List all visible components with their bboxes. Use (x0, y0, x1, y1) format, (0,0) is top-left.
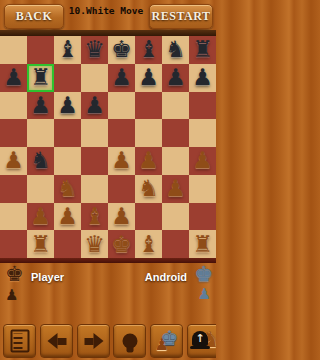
square-c4[interactable] (54, 147, 81, 175)
square-f7[interactable]: ♟ (135, 64, 162, 92)
white-king: ♚ (111, 233, 132, 256)
square-d6[interactable]: ♟ (81, 92, 108, 120)
square-c7[interactable] (54, 64, 81, 92)
square-h8[interactable]: ♜ (189, 36, 216, 64)
white-pawn: ♟ (111, 205, 132, 228)
moves-list-icon (10, 330, 29, 353)
square-d2[interactable]: ♝ (81, 203, 108, 231)
black-pawn: ♟ (84, 94, 105, 117)
white-knight: ♞ (138, 177, 159, 200)
black-knight: ♞ (165, 38, 186, 61)
square-g3[interactable]: ♟ (162, 175, 189, 203)
moves-list-button[interactable] (3, 324, 36, 358)
android-captured-pawn-icon: ♟ (198, 287, 211, 302)
square-d8[interactable]: ♛ (81, 36, 108, 64)
white-pawn: ♟ (3, 149, 24, 172)
square-g5[interactable] (162, 119, 189, 147)
square-a8[interactable] (0, 36, 27, 64)
undo-arrow-icon (47, 333, 66, 349)
square-e2[interactable]: ♟ (108, 203, 135, 231)
white-pawn: ♟ (57, 205, 78, 228)
white-pawn: ♟ (165, 177, 186, 200)
square-g7[interactable]: ♟ (162, 64, 189, 92)
square-b6[interactable]: ♟ (27, 92, 54, 120)
player-king-icon: ♚ (5, 264, 24, 285)
player-captured-pawn-icon: ♟ (5, 288, 18, 303)
white-queen: ♛ (84, 233, 105, 256)
white-knight: ♞ (57, 177, 78, 200)
square-h1[interactable]: ♜ (189, 230, 216, 258)
black-queen: ♛ (84, 38, 105, 61)
black-pawn: ♟ (30, 94, 51, 117)
square-g4[interactable] (162, 147, 189, 175)
promotion-piece-icon: ♞↑ (191, 328, 217, 354)
square-d1[interactable]: ♛ (81, 230, 108, 258)
square-c3[interactable]: ♞ (54, 175, 81, 203)
square-f6[interactable] (135, 92, 162, 120)
square-d7[interactable] (81, 64, 108, 92)
square-a7[interactable]: ♟ (0, 64, 27, 92)
player-name-label: Player (31, 271, 64, 283)
square-f8[interactable]: ♝ (135, 36, 162, 64)
black-pawn: ♟ (57, 94, 78, 117)
square-a2[interactable] (0, 203, 27, 231)
board-border-bottom (0, 258, 216, 263)
square-c5[interactable] (54, 119, 81, 147)
black-pawn: ♟ (165, 66, 186, 89)
square-f1[interactable]: ♝ (135, 230, 162, 258)
square-f3[interactable]: ♞ (135, 175, 162, 203)
black-knight: ♞ (30, 149, 51, 172)
square-h7[interactable]: ♟ (189, 64, 216, 92)
square-b8[interactable] (27, 36, 54, 64)
square-a5[interactable] (0, 119, 27, 147)
white-pawn: ♟ (111, 149, 132, 172)
square-h2[interactable] (189, 203, 216, 231)
black-bishop: ♝ (57, 38, 78, 61)
android-name-label: Android (145, 271, 187, 283)
restart-button[interactable]: RESTART (149, 4, 213, 29)
white-pawn: ♟ (30, 205, 51, 228)
square-d5[interactable] (81, 119, 108, 147)
promotion-button[interactable]: ♞↑ (187, 324, 216, 358)
white-bishop: ♝ (138, 233, 159, 256)
undo-move-button[interactable] (40, 324, 73, 358)
square-h3[interactable] (189, 175, 216, 203)
square-h5[interactable] (189, 119, 216, 147)
black-rook: ♜ (192, 38, 213, 61)
chess-board-frame: ♝♛♚♝♞♜♟♜♟♟♟♟♟♟♟♟♞♟♟♟♞♞♟♟♟♝♟♜♛♚♝♜ (0, 30, 216, 263)
square-b4[interactable]: ♞ (27, 147, 54, 175)
square-f5[interactable] (135, 119, 162, 147)
white-pawn: ♟ (138, 149, 159, 172)
square-a6[interactable] (0, 92, 27, 120)
square-e8[interactable]: ♚ (108, 36, 135, 64)
square-a3[interactable] (0, 175, 27, 203)
back-button[interactable]: BACK (4, 4, 64, 29)
choose-side-icon: ♚♟ (155, 328, 179, 354)
square-c6[interactable]: ♟ (54, 92, 81, 120)
black-rook: ♜ (30, 66, 51, 89)
white-bishop: ♝ (84, 205, 105, 228)
square-b2[interactable]: ♟ (27, 203, 54, 231)
square-f4[interactable]: ♟ (135, 147, 162, 175)
square-h4[interactable]: ♟ (189, 147, 216, 175)
square-g8[interactable]: ♞ (162, 36, 189, 64)
hint-bulb-icon (122, 334, 137, 349)
square-c2[interactable]: ♟ (54, 203, 81, 231)
hint-button[interactable] (113, 324, 146, 358)
square-e3[interactable] (108, 175, 135, 203)
redo-move-button[interactable] (77, 324, 110, 358)
square-b3[interactable] (27, 175, 54, 203)
white-rook: ♜ (30, 233, 51, 256)
square-b7[interactable]: ♜ (27, 64, 54, 92)
choose-side-button[interactable]: ♚♟ (150, 324, 183, 358)
square-d3[interactable] (81, 175, 108, 203)
square-e5[interactable] (108, 119, 135, 147)
square-e4[interactable]: ♟ (108, 147, 135, 175)
square-g6[interactable] (162, 92, 189, 120)
black-bishop: ♝ (138, 38, 159, 61)
square-g2[interactable] (162, 203, 189, 231)
black-king: ♚ (111, 38, 132, 61)
redo-arrow-icon (84, 333, 103, 349)
square-e7[interactable]: ♟ (108, 64, 135, 92)
square-b5[interactable] (27, 119, 54, 147)
white-rook: ♜ (192, 233, 213, 256)
square-a1[interactable] (0, 230, 27, 258)
square-a4[interactable]: ♟ (0, 147, 27, 175)
black-pawn: ♟ (138, 66, 159, 89)
square-e6[interactable] (108, 92, 135, 120)
black-pawn: ♟ (3, 66, 24, 89)
square-c1[interactable] (54, 230, 81, 258)
black-pawn: ♟ (192, 66, 213, 89)
black-pawn: ♟ (111, 66, 132, 89)
white-pawn: ♟ (192, 149, 213, 172)
square-c8[interactable]: ♝ (54, 36, 81, 64)
square-b1[interactable]: ♜ (27, 230, 54, 258)
chess-board: ♝♛♚♝♞♜♟♜♟♟♟♟♟♟♟♟♞♟♟♟♞♞♟♟♟♝♟♜♛♚♝♜ (0, 36, 216, 258)
square-d4[interactable] (81, 147, 108, 175)
square-e1[interactable]: ♚ (108, 230, 135, 258)
move-status-text: 10.White Move (62, 5, 150, 16)
square-h6[interactable] (189, 92, 216, 120)
square-f2[interactable] (135, 203, 162, 231)
android-king-icon: ♚ (194, 264, 213, 285)
square-g1[interactable] (162, 230, 189, 258)
